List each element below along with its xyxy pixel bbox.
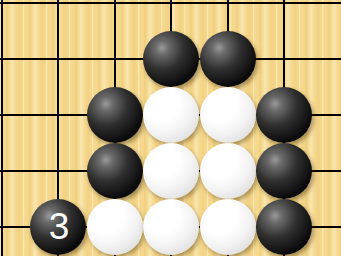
white-stone [200,199,256,255]
white-stone [200,143,256,199]
black-stone [87,143,143,199]
stone-grid: 3 [0,0,341,256]
black-stone [200,31,256,87]
black-stone [256,143,312,199]
white-stone [87,199,143,255]
black-stone [87,87,143,143]
go-board[interactable]: 3 [0,0,341,256]
white-stone [143,87,199,143]
black-stone [143,31,199,87]
white-stone [143,199,199,255]
white-stone [200,87,256,143]
black-stone [256,199,312,255]
move-number-label: 3 [49,208,70,245]
black-stone [256,87,312,143]
white-stone [143,143,199,199]
black-stone-move-3: 3 [30,199,86,255]
